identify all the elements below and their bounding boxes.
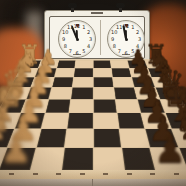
clock-face-panel: 123456789101112 123456789101112	[49, 16, 145, 59]
photo-frame: 123456789101112 123456789101112 ♜♟♟♜♞♟♟♞…	[0, 0, 186, 186]
board-coordinate-mark	[103, 173, 108, 175]
dial-hub	[76, 38, 79, 41]
dial-number: 7	[118, 48, 121, 53]
clock-button-stem-right	[119, 8, 122, 12]
board-front-border	[0, 170, 186, 179]
board-coordinate-mark	[150, 173, 155, 175]
dial-number: 1	[82, 25, 85, 30]
dial-number: 11	[116, 25, 122, 30]
wood-blur-right	[156, 92, 186, 132]
dial-number: 12	[123, 23, 129, 28]
dial-number: 5	[82, 48, 85, 53]
orange-chair-left	[0, 28, 44, 90]
dial-number: 4	[136, 43, 139, 48]
clock-button-right	[116, 3, 125, 8]
dial-number: 8	[113, 43, 116, 48]
dial-number: 11	[67, 25, 73, 30]
dial-number: 10	[111, 30, 117, 35]
dial-number: 9	[111, 37, 114, 42]
board-coordinate-mark	[80, 173, 85, 175]
dial-number: 3	[89, 37, 92, 42]
clock-button-stem-left	[71, 8, 74, 12]
dial-number: 3	[138, 37, 141, 42]
board-coordinate-mark	[127, 173, 132, 175]
board-fold-seam	[92, 179, 93, 186]
dial-number: 12	[74, 23, 80, 28]
board-coordinate-mark	[9, 173, 14, 175]
dial-number: 9	[62, 37, 65, 42]
dial-hub	[125, 38, 128, 41]
clock-dial-right: 123456789101112	[107, 20, 145, 58]
board-coordinate-mark	[56, 173, 61, 175]
dial-number: 6	[124, 50, 127, 55]
board-coordinate-mark	[33, 173, 38, 175]
dial-number: 1	[131, 25, 134, 30]
dial-number: 2	[87, 30, 90, 35]
dial-number: 4	[87, 43, 90, 48]
board-coordinate-mark	[174, 173, 179, 175]
dial-number: 10	[62, 30, 68, 35]
dial-divider	[100, 20, 101, 55]
clock-button-left	[68, 3, 77, 8]
dial-number: 6	[75, 50, 78, 55]
dial-number: 8	[64, 43, 67, 48]
board-side-edge	[0, 179, 186, 186]
clock-brand-label	[91, 12, 103, 14]
chess-clock: 123456789101112 123456789101112	[44, 10, 150, 64]
dial-number: 5	[131, 48, 134, 53]
clock-dial-left: 123456789101112	[58, 20, 96, 58]
dial-number: 7	[69, 48, 72, 53]
dial-number: 2	[136, 30, 139, 35]
